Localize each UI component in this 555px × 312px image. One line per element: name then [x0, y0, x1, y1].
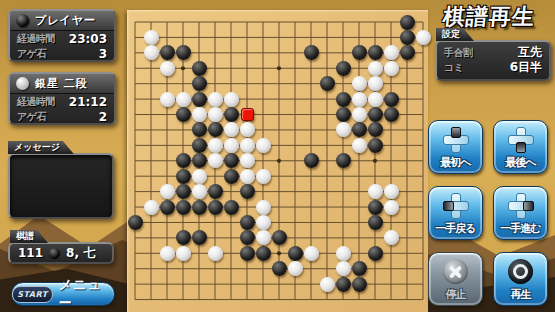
dpad-up-icon [443, 127, 469, 153]
black-stone [160, 200, 175, 215]
white-stone [384, 184, 399, 199]
black-stone [192, 61, 207, 76]
black-stone [336, 92, 351, 107]
white-stone [384, 45, 399, 60]
player-name: 銀星 二段 [35, 76, 88, 91]
kifu-black-stone-icon [49, 248, 60, 259]
control-last-button[interactable]: 最後へ [493, 120, 548, 174]
message-box [8, 153, 114, 219]
white-stone-icon [16, 77, 29, 90]
komi-label: コミ [444, 61, 463, 75]
white-stone [224, 138, 239, 153]
white-stone [256, 169, 271, 184]
go-board[interactable] [127, 10, 428, 312]
kifu-readout: 111 8, 七 [8, 242, 114, 264]
black-stone [336, 277, 351, 292]
white-stone [256, 230, 271, 245]
control-stop-button: 停止 [428, 252, 483, 306]
black-stone [176, 45, 191, 60]
black-stone [240, 246, 255, 261]
black-stone [352, 45, 367, 60]
handicap-row: 手合割 互先 [437, 45, 549, 60]
elapsed-time-row: 経過時間 23:03 [10, 31, 114, 46]
control-play-button[interactable]: 再生 [493, 252, 548, 306]
white-stone [176, 92, 191, 107]
white-stone [352, 92, 367, 107]
black-stone [368, 200, 383, 215]
black-stone [336, 61, 351, 76]
white-stone [144, 30, 159, 45]
handicap-label: 手合割 [444, 46, 473, 60]
white-stone [336, 261, 351, 276]
black-stone [400, 30, 415, 45]
elapsed-time-value: 23:03 [69, 32, 107, 46]
kifu-replay-screen: プレイヤー 経過時間 23:03 アゲ石 3 銀星 二段 経過時間 21:12 … [0, 0, 555, 312]
elapsed-time-row: 経過時間 21:12 [10, 94, 114, 109]
white-stone [240, 153, 255, 168]
white-stone [160, 61, 175, 76]
kifu-coordinate: 8, 七 [66, 245, 95, 262]
black-stone [224, 200, 239, 215]
control-first-button[interactable]: 最初へ [428, 120, 483, 174]
black-stone [368, 246, 383, 261]
black-stone [192, 200, 207, 215]
black-stone [400, 45, 415, 60]
playback-controls: 最初へ最後へ一手戻る一手進む停止再生 [428, 120, 554, 306]
black-stone [352, 261, 367, 276]
black-stone [176, 184, 191, 199]
white-stone [160, 246, 175, 261]
dpad-arm [451, 127, 461, 138]
captures-value: 2 [99, 110, 107, 124]
elapsed-time-label: 経過時間 [17, 95, 55, 109]
white-stone [384, 61, 399, 76]
black-stone [208, 200, 223, 215]
dpad-arm [523, 201, 534, 211]
black-stone [208, 184, 223, 199]
black-stone [352, 277, 367, 292]
black-stone [384, 107, 399, 122]
white-stone [240, 138, 255, 153]
white-stone [256, 138, 271, 153]
control-label: 一手進む [494, 221, 547, 236]
white-stone [336, 122, 351, 137]
white-stone [144, 45, 159, 60]
black-stone [272, 261, 287, 276]
black-stone [288, 246, 303, 261]
page-title: 棋譜再生 [422, 2, 555, 32]
kifu-move-number: 111 [18, 246, 43, 260]
white-stone [208, 92, 223, 107]
black-stone [400, 15, 415, 30]
white-stone [352, 76, 367, 91]
menu-button-label: メニュー [59, 276, 114, 312]
black-stone [160, 45, 175, 60]
black-stone [192, 153, 207, 168]
white-stone [368, 61, 383, 76]
white-stone [160, 92, 175, 107]
white-stone [224, 92, 239, 107]
white-stone [336, 246, 351, 261]
black-stone [336, 153, 351, 168]
black-stone [240, 215, 255, 230]
player-name: プレイヤー [35, 13, 96, 28]
black-stone [176, 169, 191, 184]
black-stone [240, 184, 255, 199]
black-stone [224, 107, 239, 122]
black-stone [240, 230, 255, 245]
last-move-marker [241, 108, 254, 121]
black-stone [368, 45, 383, 60]
white-stone [384, 230, 399, 245]
white-stone [208, 107, 223, 122]
elapsed-time-value: 21:12 [69, 95, 107, 109]
control-label: 再生 [494, 287, 547, 302]
captures-value: 3 [99, 47, 107, 61]
komi-row: コミ 6目半 [437, 60, 549, 75]
captures-row: アゲ石 3 [10, 46, 114, 61]
control-back-button[interactable]: 一手戻る [428, 186, 483, 240]
dpad-arm [516, 142, 526, 153]
white-stone [208, 246, 223, 261]
start-badge: START [12, 286, 53, 303]
white-stone [384, 200, 399, 215]
message-tab: メッセージ [8, 141, 74, 154]
dpad-left-icon [443, 193, 469, 219]
black-stone [368, 122, 383, 137]
captures-label: アゲ石 [17, 110, 46, 124]
black-stone [128, 215, 143, 230]
elapsed-time-label: 経過時間 [17, 32, 55, 46]
captures-label: アゲ石 [17, 47, 46, 61]
player-card-white-header: 銀星 二段 [10, 74, 114, 94]
black-stone [384, 92, 399, 107]
black-stone [272, 230, 287, 245]
control-label: 一手戻る [429, 221, 482, 236]
white-stone [192, 169, 207, 184]
white-stone [192, 184, 207, 199]
black-stone [176, 153, 191, 168]
black-stone [368, 138, 383, 153]
white-stone [160, 184, 175, 199]
white-stone [240, 169, 255, 184]
white-stone [208, 138, 223, 153]
black-stone [176, 230, 191, 245]
black-stone [176, 200, 191, 215]
black-stone [192, 138, 207, 153]
black-stone [224, 153, 239, 168]
control-label: 最後へ [494, 155, 547, 170]
white-stone [256, 215, 271, 230]
black-stone-icon [16, 14, 29, 27]
white-stone [224, 122, 239, 137]
captures-row: アゲ石 2 [10, 109, 114, 124]
black-stone [336, 107, 351, 122]
player-card-black-header: プレイヤー [10, 11, 114, 31]
black-stone [192, 76, 207, 91]
black-stone [192, 122, 207, 137]
black-stone [368, 107, 383, 122]
white-stone [240, 122, 255, 137]
white-stone [368, 76, 383, 91]
white-stone [144, 200, 159, 215]
white-stone [352, 138, 367, 153]
black-stone [192, 92, 207, 107]
control-label: 停止 [429, 287, 482, 302]
black-stone [256, 246, 271, 261]
black-stone [304, 45, 319, 60]
white-stone [320, 277, 335, 292]
white-stone [176, 246, 191, 261]
dpad-down-icon [508, 127, 534, 153]
black-stone [320, 76, 335, 91]
white-stone [256, 200, 271, 215]
player-card-white: 銀星 二段 経過時間 21:12 アゲ石 2 [8, 72, 116, 125]
control-label: 最初へ [429, 155, 482, 170]
black-stone [192, 230, 207, 245]
white-stone [352, 107, 367, 122]
dpad-right-icon [508, 193, 534, 219]
komi-value: 6目半 [510, 59, 542, 76]
cross-icon [443, 259, 468, 284]
black-stone [208, 122, 223, 137]
white-stone [288, 261, 303, 276]
white-stone [368, 184, 383, 199]
white-stone [304, 246, 319, 261]
black-stone [304, 153, 319, 168]
black-stone [368, 215, 383, 230]
dpad-arm [443, 201, 454, 211]
player-card-black: プレイヤー 経過時間 23:03 アゲ石 3 [8, 9, 116, 62]
settings-box: 手合割 互先 コミ 6目半 [435, 40, 551, 81]
black-stone [176, 107, 191, 122]
white-stone [368, 92, 383, 107]
menu-button[interactable]: START メニュー [11, 282, 115, 306]
white-stone [208, 153, 223, 168]
white-stone [192, 107, 207, 122]
circle-icon [508, 259, 533, 284]
control-forward-button[interactable]: 一手進む [493, 186, 548, 240]
black-stone [352, 122, 367, 137]
black-stone [224, 169, 239, 184]
white-stone [416, 30, 431, 45]
